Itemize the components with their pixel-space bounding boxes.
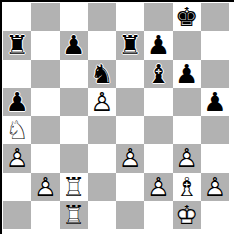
- square-d2[interactable]: [88, 173, 116, 201]
- piece-white-rook: ♜♖: [60, 173, 88, 201]
- square-g5[interactable]: [173, 88, 201, 116]
- square-f1[interactable]: [144, 201, 172, 229]
- square-c3[interactable]: [60, 144, 88, 172]
- square-e8[interactable]: [116, 3, 144, 31]
- square-e6[interactable]: [116, 60, 144, 88]
- square-a4[interactable]: ♞♘: [3, 116, 31, 144]
- square-b1[interactable]: [31, 201, 59, 229]
- piece-black-pawn: ♟: [201, 88, 229, 116]
- square-c5[interactable]: [60, 88, 88, 116]
- square-g4[interactable]: [173, 116, 201, 144]
- piece-black-rook: ♜: [3, 31, 31, 59]
- chess-diagram: ♚♜♟♜♟♞♝♟♟♟♙♟♞♘♟♙♟♙♟♙♟♙♜♖♟♙♝♗♟♙♜♖♚♔: [0, 0, 234, 234]
- piece-black-knight: ♞: [88, 60, 116, 88]
- square-b3[interactable]: [31, 144, 59, 172]
- piece-white-pawn: ♟♙: [3, 144, 31, 172]
- piece-white-rook: ♜♖: [60, 201, 88, 229]
- piece-black-pawn: ♟: [173, 60, 201, 88]
- square-c8[interactable]: [60, 3, 88, 31]
- square-h1[interactable]: [201, 201, 229, 229]
- square-e2[interactable]: [116, 173, 144, 201]
- square-b2[interactable]: ♟♙: [31, 173, 59, 201]
- square-b4[interactable]: [31, 116, 59, 144]
- square-f5[interactable]: [144, 88, 172, 116]
- square-d4[interactable]: [88, 116, 116, 144]
- piece-white-pawn: ♟♙: [31, 173, 59, 201]
- square-c1[interactable]: ♜♖: [60, 201, 88, 229]
- piece-black-pawn: ♟: [3, 88, 31, 116]
- square-h3[interactable]: [201, 144, 229, 172]
- square-f4[interactable]: [144, 116, 172, 144]
- square-f7[interactable]: ♟: [144, 31, 172, 59]
- square-f6[interactable]: ♝: [144, 60, 172, 88]
- square-c4[interactable]: [60, 116, 88, 144]
- piece-black-king: ♚: [173, 3, 201, 31]
- piece-white-pawn: ♟♙: [144, 173, 172, 201]
- piece-white-pawn: ♟♙: [88, 88, 116, 116]
- piece-white-knight: ♞♘: [3, 116, 31, 144]
- square-g6[interactable]: ♟: [173, 60, 201, 88]
- square-h8[interactable]: [201, 3, 229, 31]
- square-g1[interactable]: ♚♔: [173, 201, 201, 229]
- square-b6[interactable]: [31, 60, 59, 88]
- square-d1[interactable]: [88, 201, 116, 229]
- square-a5[interactable]: ♟: [3, 88, 31, 116]
- square-b8[interactable]: [31, 3, 59, 31]
- piece-white-bishop: ♝♗: [173, 173, 201, 201]
- square-d3[interactable]: [88, 144, 116, 172]
- square-f3[interactable]: [144, 144, 172, 172]
- square-a6[interactable]: [3, 60, 31, 88]
- square-h2[interactable]: ♟♙: [201, 173, 229, 201]
- square-c6[interactable]: [60, 60, 88, 88]
- square-d7[interactable]: [88, 31, 116, 59]
- chessboard-frame: ♚♜♟♜♟♞♝♟♟♟♙♟♞♘♟♙♟♙♟♙♟♙♜♖♟♙♝♗♟♙♜♖♚♔: [0, 0, 234, 234]
- square-f2[interactable]: ♟♙: [144, 173, 172, 201]
- square-h6[interactable]: [201, 60, 229, 88]
- square-e7[interactable]: ♜: [116, 31, 144, 59]
- square-a1[interactable]: [3, 201, 31, 229]
- square-g3[interactable]: ♟♙: [173, 144, 201, 172]
- square-g8[interactable]: ♚: [173, 3, 201, 31]
- square-b7[interactable]: [31, 31, 59, 59]
- square-g2[interactable]: ♝♗: [173, 173, 201, 201]
- square-e5[interactable]: [116, 88, 144, 116]
- piece-black-pawn: ♟: [144, 31, 172, 59]
- square-a8[interactable]: [3, 3, 31, 31]
- piece-white-pawn: ♟♙: [116, 144, 144, 172]
- square-a2[interactable]: [3, 173, 31, 201]
- square-e3[interactable]: ♟♙: [116, 144, 144, 172]
- chessboard: ♚♜♟♜♟♞♝♟♟♟♙♟♞♘♟♙♟♙♟♙♟♙♜♖♟♙♝♗♟♙♜♖♚♔: [3, 3, 229, 229]
- square-c7[interactable]: ♟: [60, 31, 88, 59]
- square-a3[interactable]: ♟♙: [3, 144, 31, 172]
- square-c2[interactable]: ♜♖: [60, 173, 88, 201]
- piece-black-rook: ♜: [116, 31, 144, 59]
- square-g7[interactable]: [173, 31, 201, 59]
- piece-white-pawn: ♟♙: [201, 173, 229, 201]
- piece-black-pawn: ♟: [60, 31, 88, 59]
- square-h7[interactable]: [201, 31, 229, 59]
- square-a7[interactable]: ♜: [3, 31, 31, 59]
- square-e1[interactable]: [116, 201, 144, 229]
- square-f8[interactable]: [144, 3, 172, 31]
- square-e4[interactable]: [116, 116, 144, 144]
- piece-white-king: ♚♔: [173, 201, 201, 229]
- square-h5[interactable]: ♟: [201, 88, 229, 116]
- piece-black-bishop: ♝: [144, 60, 172, 88]
- square-d6[interactable]: ♞: [88, 60, 116, 88]
- square-d5[interactable]: ♟♙: [88, 88, 116, 116]
- square-d8[interactable]: [88, 3, 116, 31]
- square-h4[interactable]: [201, 116, 229, 144]
- square-b5[interactable]: [31, 88, 59, 116]
- piece-white-pawn: ♟♙: [173, 144, 201, 172]
